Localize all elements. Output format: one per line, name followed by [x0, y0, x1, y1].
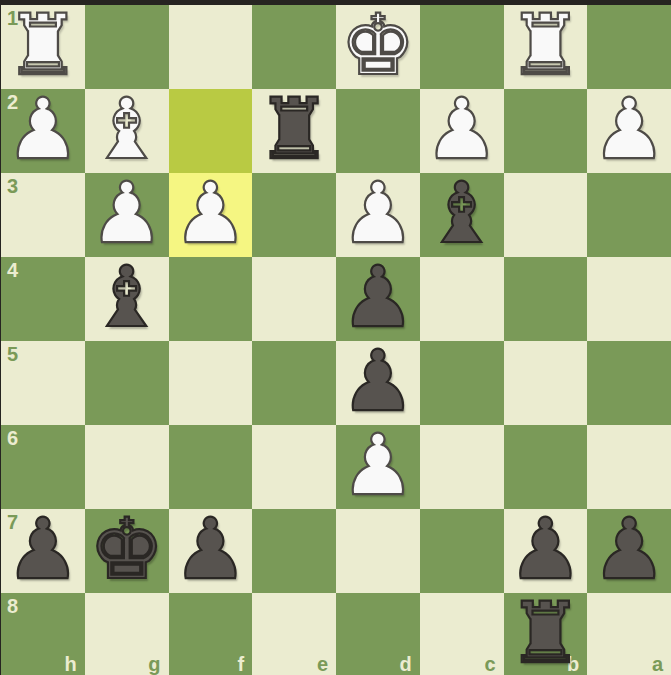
square-d8[interactable]: d [336, 593, 420, 675]
square-c7[interactable] [420, 509, 504, 593]
rank-label-6: 6 [7, 427, 18, 449]
square-e1[interactable] [252, 5, 336, 89]
square-f5[interactable] [169, 341, 253, 425]
square-h2[interactable]: 2♟ [1, 89, 85, 173]
square-g3[interactable]: ♟ [85, 173, 169, 257]
white-pawn-a2[interactable]: ♟ [591, 87, 666, 171]
square-e6[interactable] [252, 425, 336, 509]
square-b5[interactable] [504, 341, 588, 425]
square-e4[interactable] [252, 257, 336, 341]
square-c1[interactable] [420, 5, 504, 89]
square-d6[interactable]: ♟ [336, 425, 420, 509]
square-f8[interactable]: f [169, 593, 253, 675]
black-pawn-f7[interactable]: ♟ [173, 507, 248, 591]
square-h5[interactable]: 5 [1, 341, 85, 425]
square-f1[interactable] [169, 5, 253, 89]
square-f4[interactable] [169, 257, 253, 341]
square-h1[interactable]: 1♜ [1, 5, 85, 89]
black-pawn-h7[interactable]: ♟ [5, 507, 80, 591]
black-pawn-d5[interactable]: ♟ [340, 339, 415, 423]
rank-label-5: 5 [7, 343, 18, 365]
black-king-g7[interactable]: ♚ [89, 507, 164, 591]
square-b3[interactable] [504, 173, 588, 257]
file-label-c: c [484, 653, 495, 675]
rank-label-3: 3 [7, 175, 18, 197]
square-e2[interactable]: ♜ [252, 89, 336, 173]
square-d7[interactable] [336, 509, 420, 593]
file-label-f: f [238, 653, 245, 675]
square-d4[interactable]: ♟ [336, 257, 420, 341]
square-a6[interactable] [587, 425, 671, 509]
square-a2[interactable]: ♟ [587, 89, 671, 173]
white-pawn-d6[interactable]: ♟ [340, 423, 415, 507]
rank-label-4: 4 [7, 259, 18, 281]
square-h3[interactable]: 3 [1, 173, 85, 257]
square-h8[interactable]: 8h [1, 593, 85, 675]
square-d2[interactable] [336, 89, 420, 173]
square-h7[interactable]: 7♟ [1, 509, 85, 593]
square-d5[interactable]: ♟ [336, 341, 420, 425]
black-rook-b8[interactable]: ♜ [508, 591, 583, 675]
rank-label-8: 8 [7, 595, 18, 617]
square-b8[interactable]: b♜ [504, 593, 588, 675]
square-b6[interactable] [504, 425, 588, 509]
square-d1[interactable]: ♚ [336, 5, 420, 89]
square-g5[interactable] [85, 341, 169, 425]
square-e5[interactable] [252, 341, 336, 425]
square-c4[interactable] [420, 257, 504, 341]
square-e8[interactable]: e [252, 593, 336, 675]
white-pawn-g3[interactable]: ♟ [89, 171, 164, 255]
board-frame: 1♜♚♜2♟♝♜♟♟3♟♟♟♝4♝♟5♟6♟7♟♚♟♟♟8hgfedcb♜a [0, 0, 671, 675]
square-h4[interactable]: 4 [1, 257, 85, 341]
chess-board: 1♜♚♜2♟♝♜♟♟3♟♟♟♝4♝♟5♟6♟7♟♚♟♟♟8hgfedcb♜a [1, 5, 671, 671]
square-g7[interactable]: ♚ [85, 509, 169, 593]
black-pawn-b7[interactable]: ♟ [508, 507, 583, 591]
square-g1[interactable] [85, 5, 169, 89]
square-g8[interactable]: g [85, 593, 169, 675]
white-pawn-h2[interactable]: ♟ [5, 87, 80, 171]
file-label-e: e [317, 653, 328, 675]
white-pawn-f3[interactable]: ♟ [173, 171, 248, 255]
white-rook-b1[interactable]: ♜ [508, 3, 583, 87]
square-c2[interactable]: ♟ [420, 89, 504, 173]
square-a1[interactable] [587, 5, 671, 89]
square-f7[interactable]: ♟ [169, 509, 253, 593]
square-a3[interactable] [587, 173, 671, 257]
square-a7[interactable]: ♟ [587, 509, 671, 593]
file-label-d: d [400, 653, 412, 675]
white-rook-h1[interactable]: ♜ [5, 3, 80, 87]
white-bishop-g2[interactable]: ♝ [89, 87, 164, 171]
black-pawn-a7[interactable]: ♟ [591, 507, 666, 591]
white-pawn-c2[interactable]: ♟ [424, 87, 499, 171]
square-b1[interactable]: ♜ [504, 5, 588, 89]
file-label-g: g [148, 653, 160, 675]
square-a4[interactable] [587, 257, 671, 341]
square-b7[interactable]: ♟ [504, 509, 588, 593]
black-bishop-c3[interactable]: ♝ [424, 171, 499, 255]
square-c6[interactable] [420, 425, 504, 509]
square-c3[interactable]: ♝ [420, 173, 504, 257]
white-pawn-d3[interactable]: ♟ [340, 171, 415, 255]
black-pawn-d4[interactable]: ♟ [340, 255, 415, 339]
square-e3[interactable] [252, 173, 336, 257]
square-h6[interactable]: 6 [1, 425, 85, 509]
square-f6[interactable] [169, 425, 253, 509]
square-a5[interactable] [587, 341, 671, 425]
file-label-a: a [652, 653, 663, 675]
square-g4[interactable]: ♝ [85, 257, 169, 341]
square-e7[interactable] [252, 509, 336, 593]
square-c8[interactable]: c [420, 593, 504, 675]
square-g6[interactable] [85, 425, 169, 509]
black-bishop-g4[interactable]: ♝ [89, 255, 164, 339]
square-f3[interactable]: ♟ [169, 173, 253, 257]
square-b2[interactable] [504, 89, 588, 173]
square-b4[interactable] [504, 257, 588, 341]
file-label-h: h [65, 653, 77, 675]
black-rook-e2[interactable]: ♜ [256, 87, 331, 171]
square-g2[interactable]: ♝ [85, 89, 169, 173]
square-c5[interactable] [420, 341, 504, 425]
white-king-d1[interactable]: ♚ [340, 3, 415, 87]
square-d3[interactable]: ♟ [336, 173, 420, 257]
square-a8[interactable]: a [587, 593, 671, 675]
square-f2[interactable] [169, 89, 253, 173]
